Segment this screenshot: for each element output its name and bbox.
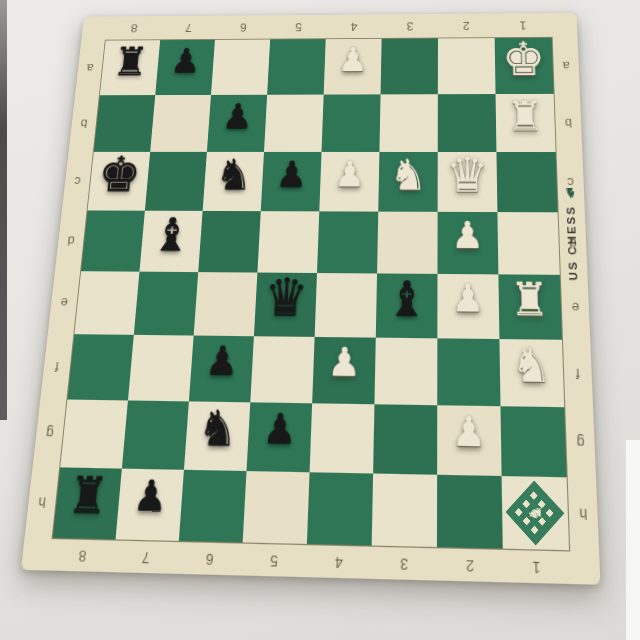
piece-white-knight-f1[interactable]: ♞ xyxy=(511,341,553,390)
square-e6[interactable] xyxy=(194,272,258,336)
square-b8[interactable] xyxy=(94,95,155,152)
square-d2[interactable]: ♟ xyxy=(437,212,498,275)
square-b2[interactable] xyxy=(438,94,497,152)
square-h6[interactable] xyxy=(179,470,247,543)
piece-black-pawn-b6[interactable]: ♟ xyxy=(221,99,254,133)
rank-label-bottom-2: 2 xyxy=(461,555,479,575)
piece-black-bishop-d7[interactable]: ♝ xyxy=(150,211,193,257)
square-e7[interactable] xyxy=(134,272,198,336)
rank-label-bottom-8: 8 xyxy=(73,546,92,566)
square-h5[interactable] xyxy=(243,471,310,544)
square-f5[interactable] xyxy=(250,336,314,403)
file-label-left-g: g xyxy=(41,424,59,442)
piece-white-rook-b1[interactable]: ♜ xyxy=(506,95,545,136)
square-f6[interactable]: ♟ xyxy=(189,336,254,403)
piece-black-knight-g6[interactable]: ♞ xyxy=(196,403,239,453)
square-c5[interactable]: ♟ xyxy=(261,152,322,211)
piece-black-queen-e5[interactable]: ♛ xyxy=(263,271,309,323)
rank-label-top-1: 1 xyxy=(515,18,531,33)
file-label-right-b: b xyxy=(560,115,576,131)
square-c2[interactable]: ♛ xyxy=(438,152,498,212)
square-g8[interactable] xyxy=(60,400,128,469)
square-c7[interactable] xyxy=(145,152,207,211)
piece-white-queen-c2[interactable]: ♛ xyxy=(446,151,490,200)
coordinate-labels: aa88bb77cc66dd55ee44ff33gg22hh11 xyxy=(84,13,576,17)
us-chess-corner-logo: ♞ xyxy=(509,484,562,542)
square-g6[interactable]: ♞ xyxy=(184,401,250,471)
square-h8[interactable]: ♜ xyxy=(53,467,122,539)
file-label-right-a: a xyxy=(558,58,574,73)
piece-white-pawn-e2[interactable]: ♟ xyxy=(452,279,485,318)
square-f8[interactable] xyxy=(67,334,133,400)
square-e4[interactable] xyxy=(315,273,377,338)
rank-label-bottom-7: 7 xyxy=(136,547,155,567)
square-d8[interactable] xyxy=(81,210,145,271)
file-label-left-d: d xyxy=(62,232,79,248)
board-grid: ♜♟♟♚♟♜♚♞♟♟♞♛♝♟♛♝♟♜♟♟♞♞♟♟♜♟♞ xyxy=(53,38,569,550)
square-b1[interactable]: ♜ xyxy=(496,94,556,152)
square-a8[interactable]: ♜ xyxy=(100,40,160,95)
square-e2[interactable]: ♟ xyxy=(437,274,499,339)
square-b5[interactable] xyxy=(264,95,324,152)
knight-icon: ♞ xyxy=(525,504,545,521)
square-c4[interactable]: ♟ xyxy=(319,152,379,212)
square-a1[interactable]: ♚ xyxy=(495,38,554,94)
square-c6[interactable]: ♞ xyxy=(203,152,264,211)
file-label-right-h: h xyxy=(574,504,592,524)
rank-label-bottom-6: 6 xyxy=(200,549,218,569)
piece-white-king-a1[interactable]: ♚ xyxy=(502,36,546,83)
file-label-right-f: f xyxy=(569,364,587,382)
piece-black-pawn-g5[interactable]: ♟ xyxy=(262,408,297,450)
piece-white-pawn-c4[interactable]: ♟ xyxy=(334,157,366,193)
square-g1[interactable] xyxy=(500,406,566,477)
square-a2[interactable] xyxy=(438,38,496,94)
square-e3[interactable]: ♝ xyxy=(376,273,438,338)
square-f2[interactable] xyxy=(437,338,500,406)
square-g3[interactable] xyxy=(373,404,437,474)
square-c1[interactable] xyxy=(496,152,557,212)
rank-label-top-3: 3 xyxy=(402,19,417,34)
square-a3[interactable] xyxy=(381,38,438,94)
file-label-left-c: c xyxy=(69,173,86,189)
piece-black-rook-h8[interactable]: ♜ xyxy=(66,469,111,520)
piece-black-pawn-f6[interactable]: ♟ xyxy=(204,341,239,381)
square-d7[interactable]: ♝ xyxy=(139,211,202,272)
square-d6[interactable] xyxy=(198,211,261,273)
square-f1[interactable]: ♞ xyxy=(499,339,564,407)
square-h1[interactable]: ♞ xyxy=(502,476,569,550)
federation-text: US CHESS xyxy=(564,205,579,280)
piece-black-king-c8[interactable]: ♚ xyxy=(96,150,143,199)
square-a5[interactable] xyxy=(267,39,326,95)
rank-label-top-7: 7 xyxy=(181,20,197,34)
rank-label-top-2: 2 xyxy=(459,18,474,33)
square-b3[interactable] xyxy=(379,94,437,152)
file-label-right-g: g xyxy=(572,433,590,452)
piece-white-pawn-g2[interactable]: ♟ xyxy=(452,411,487,453)
piece-white-pawn-f4[interactable]: ♟ xyxy=(327,343,361,383)
square-h4[interactable] xyxy=(307,472,373,545)
rank-label-bottom-1: 1 xyxy=(527,557,545,577)
rank-label-bottom-3: 3 xyxy=(395,553,413,573)
square-h3[interactable] xyxy=(372,474,437,548)
square-b4[interactable] xyxy=(322,94,381,152)
square-f3[interactable] xyxy=(374,338,437,406)
chess-board: ♜♟♟♚♟♜♚♞♟♟♞♛♝♟♛♝♟♜♟♟♞♞♟♟♜♟♞ aa88bb77cc66… xyxy=(21,13,601,585)
square-e5[interactable]: ♛ xyxy=(254,273,317,337)
us-chess-branding: ♞ US CHESS xyxy=(559,185,588,343)
square-g2[interactable]: ♟ xyxy=(437,405,502,476)
piece-white-pawn-a4[interactable]: ♟ xyxy=(337,43,368,76)
square-h7[interactable]: ♟ xyxy=(116,469,184,541)
knight-icon: ♞ xyxy=(563,185,576,201)
piece-black-pawn-h7[interactable]: ♟ xyxy=(132,475,169,518)
rank-label-top-5: 5 xyxy=(291,19,306,33)
file-label-left-a: a xyxy=(82,60,98,75)
piece-white-rook-e1[interactable]: ♜ xyxy=(509,276,550,323)
square-h2[interactable] xyxy=(437,475,503,549)
square-d5[interactable] xyxy=(257,211,319,273)
piece-white-knight-c3[interactable]: ♞ xyxy=(389,153,427,196)
square-b7[interactable] xyxy=(150,95,211,152)
file-label-left-b: b xyxy=(76,116,92,131)
piece-black-pawn-a7[interactable]: ♟ xyxy=(170,44,202,77)
square-f7[interactable] xyxy=(128,335,194,402)
rank-label-bottom-5: 5 xyxy=(265,550,283,570)
square-g4[interactable] xyxy=(310,403,375,473)
square-e8[interactable] xyxy=(74,271,139,335)
file-label-left-f: f xyxy=(48,358,66,376)
piece-white-pawn-d2[interactable]: ♟ xyxy=(451,217,484,254)
rank-label-top-8: 8 xyxy=(126,21,142,35)
chess-photo-scene: ♜♟♟♚♟♜♚♞♟♟♞♛♝♟♛♝♟♜♟♟♞♞♟♟♜♟♞ aa88bb77cc66… xyxy=(0,0,640,640)
rank-label-bottom-4: 4 xyxy=(330,552,348,572)
file-label-left-h: h xyxy=(33,492,52,511)
square-a7[interactable]: ♟ xyxy=(155,40,215,95)
piece-black-bishop-e3[interactable]: ♝ xyxy=(386,274,427,322)
square-g5[interactable]: ♟ xyxy=(247,402,313,472)
piece-black-rook-a8[interactable]: ♜ xyxy=(111,42,150,81)
square-b6[interactable]: ♟ xyxy=(207,95,267,152)
square-a6[interactable] xyxy=(211,40,270,95)
rank-label-top-4: 4 xyxy=(346,19,361,34)
square-d1[interactable] xyxy=(497,212,559,275)
square-c3[interactable]: ♞ xyxy=(378,152,437,212)
piece-black-pawn-c5[interactable]: ♟ xyxy=(275,157,308,193)
file-label-left-e: e xyxy=(55,294,72,311)
square-f4[interactable]: ♟ xyxy=(312,337,376,404)
square-c8[interactable]: ♚ xyxy=(88,152,151,211)
rank-label-top-6: 6 xyxy=(236,20,252,34)
square-a4[interactable]: ♟ xyxy=(324,39,382,95)
piece-black-knight-c6[interactable]: ♞ xyxy=(214,153,254,195)
square-d3[interactable] xyxy=(377,212,438,274)
square-d4[interactable] xyxy=(317,211,378,273)
square-g7[interactable] xyxy=(122,400,189,469)
square-e1[interactable]: ♜ xyxy=(498,274,562,339)
